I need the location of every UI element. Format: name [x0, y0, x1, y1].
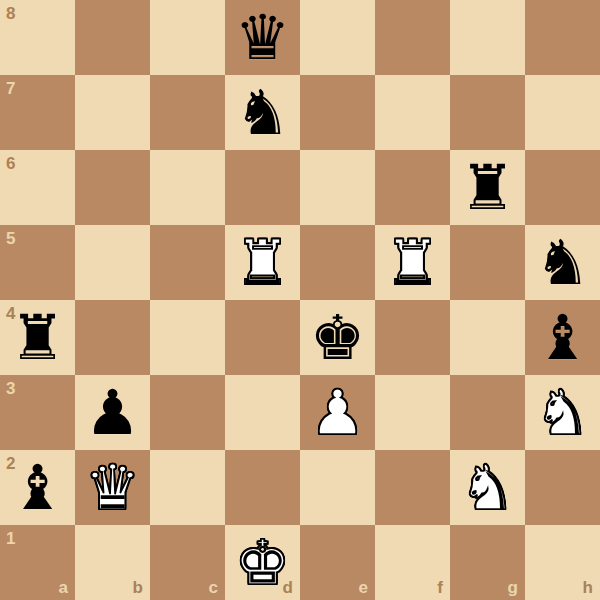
square-e8[interactable]	[300, 0, 375, 75]
square-a7[interactable]: 7	[0, 75, 75, 150]
chess-board: 8♛7♞6♜5♜♜♞4♜♚♝3♟♟♞2♝♛♞1abcd♚efgh	[0, 0, 600, 600]
rank-label-8: 8	[6, 5, 15, 22]
square-d3[interactable]	[225, 375, 300, 450]
square-b5[interactable]	[75, 225, 150, 300]
square-e3[interactable]: ♟	[300, 375, 375, 450]
square-c6[interactable]	[150, 150, 225, 225]
file-label-h: h	[583, 579, 593, 596]
square-a6[interactable]: 6	[0, 150, 75, 225]
square-f1[interactable]: f	[375, 525, 450, 600]
square-b4[interactable]	[75, 300, 150, 375]
square-g2[interactable]: ♞	[450, 450, 525, 525]
square-a1[interactable]: 1a	[0, 525, 75, 600]
piece-white-knight[interactable]: ♞	[535, 375, 591, 450]
square-f3[interactable]	[375, 375, 450, 450]
square-h4[interactable]: ♝	[525, 300, 600, 375]
square-e7[interactable]	[300, 75, 375, 150]
square-a3[interactable]: 3	[0, 375, 75, 450]
square-e5[interactable]	[300, 225, 375, 300]
square-g7[interactable]	[450, 75, 525, 150]
piece-black-knight[interactable]: ♞	[535, 225, 591, 300]
file-label-g: g	[508, 579, 518, 596]
square-b1[interactable]: b	[75, 525, 150, 600]
square-g5[interactable]	[450, 225, 525, 300]
square-h7[interactable]	[525, 75, 600, 150]
square-d4[interactable]	[225, 300, 300, 375]
square-f8[interactable]	[375, 0, 450, 75]
piece-white-king[interactable]: ♚	[235, 525, 291, 600]
square-c5[interactable]	[150, 225, 225, 300]
piece-black-king[interactable]: ♚	[310, 300, 366, 375]
square-c1[interactable]: c	[150, 525, 225, 600]
piece-black-queen[interactable]: ♛	[235, 0, 291, 75]
square-b3[interactable]: ♟	[75, 375, 150, 450]
square-g8[interactable]	[450, 0, 525, 75]
rank-label-1: 1	[6, 530, 15, 547]
piece-white-knight[interactable]: ♞	[460, 450, 516, 525]
square-f7[interactable]	[375, 75, 450, 150]
file-label-e: e	[359, 579, 368, 596]
piece-black-bishop[interactable]: ♝	[535, 300, 591, 375]
square-f6[interactable]	[375, 150, 450, 225]
square-f2[interactable]	[375, 450, 450, 525]
piece-white-queen[interactable]: ♛	[85, 450, 141, 525]
square-a2[interactable]: 2♝	[0, 450, 75, 525]
square-e6[interactable]	[300, 150, 375, 225]
piece-black-rook[interactable]: ♜	[10, 300, 66, 375]
square-a8[interactable]: 8	[0, 0, 75, 75]
square-g3[interactable]	[450, 375, 525, 450]
square-d1[interactable]: d♚	[225, 525, 300, 600]
file-label-f: f	[437, 579, 443, 596]
piece-white-rook[interactable]: ♜	[385, 225, 441, 300]
file-label-a: a	[59, 579, 68, 596]
piece-white-pawn[interactable]: ♟	[310, 375, 366, 450]
rank-label-5: 5	[6, 230, 15, 247]
square-d6[interactable]	[225, 150, 300, 225]
square-h8[interactable]	[525, 0, 600, 75]
square-f4[interactable]	[375, 300, 450, 375]
rank-label-7: 7	[6, 80, 15, 97]
piece-black-knight[interactable]: ♞	[235, 75, 291, 150]
square-e2[interactable]	[300, 450, 375, 525]
square-c3[interactable]	[150, 375, 225, 450]
square-f5[interactable]: ♜	[375, 225, 450, 300]
square-d8[interactable]: ♛	[225, 0, 300, 75]
square-d7[interactable]: ♞	[225, 75, 300, 150]
file-label-b: b	[133, 579, 143, 596]
square-h3[interactable]: ♞	[525, 375, 600, 450]
square-h2[interactable]	[525, 450, 600, 525]
square-g1[interactable]: g	[450, 525, 525, 600]
square-c8[interactable]	[150, 0, 225, 75]
piece-black-rook[interactable]: ♜	[460, 150, 516, 225]
square-c4[interactable]	[150, 300, 225, 375]
square-h6[interactable]	[525, 150, 600, 225]
square-h1[interactable]: h	[525, 525, 600, 600]
square-d5[interactable]: ♜	[225, 225, 300, 300]
rank-label-6: 6	[6, 155, 15, 172]
square-e4[interactable]: ♚	[300, 300, 375, 375]
piece-black-bishop[interactable]: ♝	[10, 450, 66, 525]
square-e1[interactable]: e	[300, 525, 375, 600]
square-d2[interactable]	[225, 450, 300, 525]
square-b2[interactable]: ♛	[75, 450, 150, 525]
piece-black-pawn[interactable]: ♟	[85, 375, 141, 450]
square-a4[interactable]: 4♜	[0, 300, 75, 375]
square-b6[interactable]	[75, 150, 150, 225]
square-g6[interactable]: ♜	[450, 150, 525, 225]
square-a5[interactable]: 5	[0, 225, 75, 300]
square-c7[interactable]	[150, 75, 225, 150]
square-b7[interactable]	[75, 75, 150, 150]
square-g4[interactable]	[450, 300, 525, 375]
square-b8[interactable]	[75, 0, 150, 75]
square-c2[interactable]	[150, 450, 225, 525]
piece-white-rook[interactable]: ♜	[235, 225, 291, 300]
square-h5[interactable]: ♞	[525, 225, 600, 300]
file-label-c: c	[209, 579, 218, 596]
rank-label-3: 3	[6, 380, 15, 397]
